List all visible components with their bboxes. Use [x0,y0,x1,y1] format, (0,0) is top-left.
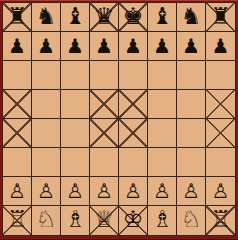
square-c6[interactable] [61,61,90,90]
square-b4[interactable] [32,119,61,148]
square-f6[interactable] [148,61,177,90]
black-pawn: ♟ [8,36,26,56]
square-e4[interactable] [119,119,148,148]
square-a4[interactable] [3,119,32,148]
square-f1[interactable]: ♗ [148,206,177,235]
white-pawn: ♙ [182,181,200,201]
white-horse-knight: ♘ [181,208,202,231]
black-chariot-rook: ♜ [210,5,231,28]
black-pawn: ♟ [95,36,113,56]
white-pawn: ♙ [153,181,171,201]
square-b3[interactable] [32,148,61,177]
square-e1[interactable]: ♔ [119,206,148,235]
square-g8[interactable]: ♞ [177,3,206,32]
black-pawn: ♟ [66,36,84,56]
black-pawn: ♟ [182,36,200,56]
white-pawn: ♙ [95,181,113,201]
square-f2[interactable]: ♙ [148,177,177,206]
square-c8[interactable]: ♝ [61,3,90,32]
square-c3[interactable] [61,148,90,177]
square-a8[interactable]: ♜ [3,3,32,32]
square-f7[interactable]: ♟ [148,32,177,61]
square-e8[interactable]: ♚ [119,3,148,32]
black-horse-knight: ♞ [181,5,202,28]
white-pawn: ♙ [124,181,142,201]
square-h8[interactable]: ♜ [206,3,235,32]
square-a7[interactable]: ♟ [3,32,32,61]
white-pawn: ♙ [8,181,26,201]
square-e6[interactable] [119,61,148,90]
chaturanga-board: ♜♞♝♛♚♝♞♜♟♟♟♟♟♟♟♟♙♙♙♙♙♙♙♙♖♘♗♕♔♗♘♖ [2,2,236,236]
square-g6[interactable] [177,61,206,90]
square-h7[interactable]: ♟ [206,32,235,61]
square-d8[interactable]: ♛ [90,3,119,32]
square-b2[interactable]: ♙ [32,177,61,206]
black-pawn: ♟ [212,36,230,56]
square-b7[interactable]: ♟ [32,32,61,61]
board-frame: ♜♞♝♛♚♝♞♜♟♟♟♟♟♟♟♟♙♙♙♙♙♙♙♙♖♘♗♕♔♗♘♖ [0,0,238,240]
white-raja-king: ♔ [123,208,144,231]
square-f3[interactable] [148,148,177,177]
square-f5[interactable] [148,90,177,119]
square-a1[interactable]: ♖ [3,206,32,235]
square-b6[interactable] [32,61,61,90]
square-d5[interactable] [90,90,119,119]
black-elephant: ♝ [152,5,173,28]
square-f4[interactable] [148,119,177,148]
square-h3[interactable] [206,148,235,177]
square-b8[interactable]: ♞ [32,3,61,32]
square-c7[interactable]: ♟ [61,32,90,61]
white-pawn: ♙ [37,181,55,201]
white-pawn: ♙ [212,181,230,201]
square-a2[interactable]: ♙ [3,177,32,206]
black-pawn: ♟ [124,36,142,56]
square-d6[interactable] [90,61,119,90]
square-e3[interactable] [119,148,148,177]
square-f8[interactable]: ♝ [148,3,177,32]
black-counselor-fers: ♛ [94,5,115,28]
square-a3[interactable] [3,148,32,177]
white-chariot-rook: ♖ [210,208,231,231]
square-d3[interactable] [90,148,119,177]
square-g4[interactable] [177,119,206,148]
white-counselor-fers: ♕ [94,208,115,231]
square-c5[interactable] [61,90,90,119]
black-raja-king: ♚ [123,5,144,28]
square-c2[interactable]: ♙ [61,177,90,206]
white-elephant: ♗ [65,208,86,231]
square-h1[interactable]: ♖ [206,206,235,235]
square-c1[interactable]: ♗ [61,206,90,235]
square-b1[interactable]: ♘ [32,206,61,235]
square-c4[interactable] [61,119,90,148]
square-e7[interactable]: ♟ [119,32,148,61]
square-h6[interactable] [206,61,235,90]
square-g7[interactable]: ♟ [177,32,206,61]
square-b5[interactable] [32,90,61,119]
black-horse-knight: ♞ [36,5,57,28]
square-e2[interactable]: ♙ [119,177,148,206]
square-a6[interactable] [3,61,32,90]
white-elephant: ♗ [152,208,173,231]
white-chariot-rook: ♖ [7,208,28,231]
square-d4[interactable] [90,119,119,148]
square-d7[interactable]: ♟ [90,32,119,61]
square-g1[interactable]: ♘ [177,206,206,235]
black-pawn: ♟ [37,36,55,56]
square-d2[interactable]: ♙ [90,177,119,206]
square-h4[interactable] [206,119,235,148]
square-g3[interactable] [177,148,206,177]
square-d1[interactable]: ♕ [90,206,119,235]
square-h5[interactable] [206,90,235,119]
square-h2[interactable]: ♙ [206,177,235,206]
square-a5[interactable] [3,90,32,119]
black-chariot-rook: ♜ [7,5,28,28]
square-g5[interactable] [177,90,206,119]
black-elephant: ♝ [65,5,86,28]
square-g2[interactable]: ♙ [177,177,206,206]
white-pawn: ♙ [66,181,84,201]
white-horse-knight: ♘ [36,208,57,231]
square-e5[interactable] [119,90,148,119]
black-pawn: ♟ [153,36,171,56]
